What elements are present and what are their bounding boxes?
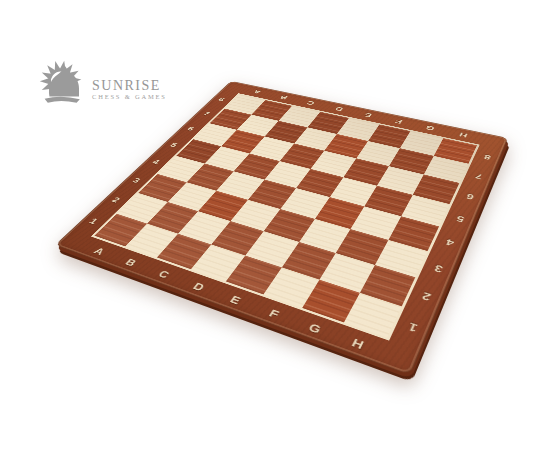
file-label-bottom-d: D: [192, 280, 207, 292]
rank-label-right-6: 6: [465, 193, 475, 202]
rank-label-left-7: 7: [202, 110, 212, 116]
rank-label-left-3: 3: [131, 176, 142, 184]
file-label-bottom-f: F: [268, 307, 282, 320]
file-label-top-a: A: [252, 89, 262, 95]
rank-label-right-5: 5: [455, 214, 465, 223]
rank-label-right-2: 2: [420, 291, 432, 303]
rank-label-right-4: 4: [444, 238, 455, 248]
rank-label-left-6: 6: [186, 125, 196, 131]
playing-field: [91, 93, 480, 340]
file-label-bottom-e: E: [229, 293, 244, 305]
chess-board: AA88BB77CC66DD55EE44FF33GG22HH11: [55, 81, 508, 375]
rank-label-right-8: 8: [482, 154, 491, 161]
file-label-top-d: D: [334, 106, 344, 112]
rank-label-left-4: 4: [151, 158, 162, 165]
rank-label-right-3: 3: [432, 263, 443, 274]
rank-label-left-5: 5: [169, 141, 179, 148]
file-label-bottom-g: G: [307, 320, 323, 334]
rank-label-left-8: 8: [217, 96, 226, 101]
file-label-top-h: H: [458, 131, 469, 138]
rank-label-left-2: 2: [110, 195, 122, 203]
file-label-top-g: G: [425, 125, 436, 132]
chess-board-wrap: AA88BB77CC66DD55EE44FF33GG22HH11: [0, 0, 550, 450]
file-label-top-f: F: [394, 118, 403, 124]
file-label-top-b: B: [278, 94, 288, 100]
rank-label-right-7: 7: [474, 172, 483, 180]
file-label-bottom-c: C: [157, 268, 172, 279]
file-label-bottom-b: B: [124, 256, 139, 267]
file-label-top-e: E: [363, 112, 373, 118]
file-label-top-c: C: [306, 100, 316, 106]
file-label-bottom-h: H: [351, 336, 367, 350]
rank-label-left-1: 1: [88, 216, 101, 225]
rank-label-right-1: 1: [406, 321, 419, 334]
product-photo-stage: SUNRISE CHESS & GAMES AA88BB77CC66DD55EE…: [0, 0, 550, 450]
file-label-bottom-a: A: [93, 245, 108, 255]
